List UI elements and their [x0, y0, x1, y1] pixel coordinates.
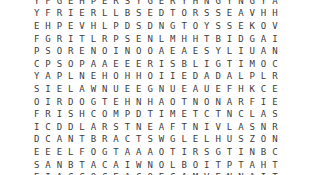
grid-cell-r6-c16[interactable]: D — [213, 71, 224, 84]
grid-cell-r10-c5[interactable]: A — [88, 121, 99, 134]
grid-cell-r9-c4[interactable]: H — [76, 108, 87, 121]
grid-cell-r9-c9[interactable]: D — [133, 108, 144, 121]
grid-cell-r3-c21[interactable]: I — [269, 33, 280, 46]
grid-cell-r5-c10[interactable]: R — [144, 58, 155, 71]
grid-cell-r6-c4[interactable]: N — [76, 71, 87, 84]
grid-cell-r11-c6[interactable]: R — [99, 134, 110, 147]
grid-cell-r11-c19[interactable]: Z — [247, 134, 258, 147]
grid-cell-r13-c17[interactable]: P — [224, 159, 235, 172]
grid-cell-r13-c2[interactable]: N — [54, 159, 65, 172]
grid-cell-r5-c2[interactable]: S — [54, 58, 65, 71]
grid-cell-r3-c13[interactable]: H — [178, 33, 189, 46]
grid-cell-r7-c21[interactable]: E — [269, 83, 280, 96]
grid-cell-r10-c11[interactable]: A — [156, 121, 167, 134]
grid-cell-r8-c10[interactable]: H — [144, 96, 155, 109]
grid-cell-r13-c3[interactable]: B — [65, 159, 76, 172]
grid-cell-r11-c0[interactable]: D — [31, 134, 42, 147]
grid-cell-r0-c0[interactable]: Y — [31, 0, 42, 8]
grid-cell-r1-c3[interactable]: I — [65, 8, 76, 21]
grid-cell-r4-c8[interactable]: N — [122, 45, 133, 58]
grid-cell-r1-c15[interactable]: S — [201, 8, 212, 21]
grid-cell-r12-c11[interactable]: O — [156, 146, 167, 159]
grid-cell-r10-c16[interactable]: V — [213, 121, 224, 134]
grid-cell-r7-c3[interactable]: L — [65, 83, 76, 96]
grid-cell-r1-c18[interactable]: A — [235, 8, 246, 21]
grid-cell-r0-c17[interactable]: Y — [224, 0, 235, 8]
grid-cell-r13-c4[interactable]: T — [76, 159, 87, 172]
grid-cell-r14-c5[interactable]: O — [88, 171, 99, 175]
grid-cell-r6-c9[interactable]: H — [133, 71, 144, 84]
grid-cell-r10-c17[interactable]: L — [224, 121, 235, 134]
grid-cell-r6-c14[interactable]: D — [190, 71, 201, 84]
grid-cell-r5-c12[interactable]: S — [167, 58, 178, 71]
grid-cell-r8-c1[interactable]: I — [42, 96, 53, 109]
grid-cell-r8-c9[interactable]: N — [133, 96, 144, 109]
grid-cell-r14-c10[interactable]: O — [144, 171, 155, 175]
grid-cell-r2-c16[interactable]: S — [213, 20, 224, 33]
grid-cell-r10-c19[interactable]: S — [247, 121, 258, 134]
grid-cell-r9-c3[interactable]: S — [65, 108, 76, 121]
grid-cell-r8-c19[interactable]: F — [247, 96, 258, 109]
grid-cell-r8-c17[interactable]: A — [224, 96, 235, 109]
grid-cell-r13-c10[interactable]: N — [144, 159, 155, 172]
grid-cell-r5-c15[interactable]: I — [201, 58, 212, 71]
grid-cell-r0-c2[interactable]: G — [54, 0, 65, 8]
grid-cell-r7-c10[interactable]: G — [144, 83, 155, 96]
grid-cell-r14-c2[interactable]: A — [54, 171, 65, 175]
grid-cell-r4-c20[interactable]: A — [258, 45, 269, 58]
grid-cell-r4-c9[interactable]: O — [133, 45, 144, 58]
grid-cell-r2-c6[interactable]: L — [99, 20, 110, 33]
grid-cell-r11-c11[interactable]: W — [156, 134, 167, 147]
grid-cell-r9-c6[interactable]: O — [99, 108, 110, 121]
grid-cell-r1-c4[interactable]: E — [76, 8, 87, 21]
grid-cell-r14-c6[interactable]: C — [99, 171, 110, 175]
grid-cell-r5-c13[interactable]: B — [178, 58, 189, 71]
grid-cell-r14-c20[interactable]: I — [258, 171, 269, 175]
grid-cell-r5-c11[interactable]: I — [156, 58, 167, 71]
grid-cell-r10-c21[interactable]: R — [269, 121, 280, 134]
grid-cell-r1-c5[interactable]: R — [88, 8, 99, 21]
grid-cell-r2-c21[interactable]: V — [269, 20, 280, 33]
grid-cell-r0-c21[interactable]: A — [269, 0, 280, 8]
grid-cell-r9-c2[interactable]: I — [54, 108, 65, 121]
grid-cell-r10-c2[interactable]: D — [54, 121, 65, 134]
grid-cell-r9-c19[interactable]: L — [247, 108, 258, 121]
grid-cell-r3-c8[interactable]: S — [122, 33, 133, 46]
grid-cell-r8-c13[interactable]: T — [178, 96, 189, 109]
grid-cell-r9-c16[interactable]: T — [213, 108, 224, 121]
grid-cell-r13-c1[interactable]: A — [42, 159, 53, 172]
grid-cell-r7-c18[interactable]: H — [235, 83, 246, 96]
grid-cell-r7-c12[interactable]: U — [167, 83, 178, 96]
grid-cell-r7-c7[interactable]: U — [110, 83, 121, 96]
grid-cell-r0-c13[interactable]: Y — [178, 0, 189, 8]
grid-cell-r8-c21[interactable]: E — [269, 96, 280, 109]
grid-cell-r7-c11[interactable]: N — [156, 83, 167, 96]
grid-cell-r7-c19[interactable]: K — [247, 83, 258, 96]
grid-cell-r4-c21[interactable]: N — [269, 45, 280, 58]
grid-cell-r2-c0[interactable]: E — [31, 20, 42, 33]
grid-cell-r2-c14[interactable]: O — [190, 20, 201, 33]
grid-cell-r2-c7[interactable]: P — [110, 20, 121, 33]
grid-cell-r3-c10[interactable]: N — [144, 33, 155, 46]
grid-cell-r0-c5[interactable]: P — [88, 0, 99, 8]
grid-cell-r5-c7[interactable]: E — [110, 58, 121, 71]
grid-cell-r9-c15[interactable]: C — [201, 108, 212, 121]
grid-cell-r5-c3[interactable]: O — [65, 58, 76, 71]
grid-cell-r13-c8[interactable]: I — [122, 159, 133, 172]
grid-cell-r8-c16[interactable]: N — [213, 96, 224, 109]
grid-cell-r6-c6[interactable]: H — [99, 71, 110, 84]
grid-cell-r8-c5[interactable]: G — [88, 96, 99, 109]
grid-cell-r11-c12[interactable]: G — [167, 134, 178, 147]
grid-cell-r10-c1[interactable]: C — [42, 121, 53, 134]
grid-cell-r14-c0[interactable]: E — [31, 171, 42, 175]
grid-cell-r3-c9[interactable]: E — [133, 33, 144, 46]
grid-cell-r0-c7[interactable]: R — [110, 0, 121, 8]
grid-cell-r12-c7[interactable]: T — [110, 146, 121, 159]
grid-cell-r13-c5[interactable]: A — [88, 159, 99, 172]
grid-cell-r11-c13[interactable]: L — [178, 134, 189, 147]
grid-cell-r2-c13[interactable]: T — [178, 20, 189, 33]
grid-cell-r5-c20[interactable]: O — [258, 58, 269, 71]
grid-cell-r2-c17[interactable]: S — [224, 20, 235, 33]
grid-cell-r13-c21[interactable]: T — [269, 159, 280, 172]
grid-cell-r12-c5[interactable]: O — [88, 146, 99, 159]
grid-cell-r3-c17[interactable]: I — [224, 33, 235, 46]
grid-cell-r5-c8[interactable]: E — [122, 58, 133, 71]
grid-cell-r10-c12[interactable]: F — [167, 121, 178, 134]
grid-cell-r0-c15[interactable]: N — [201, 0, 212, 8]
grid-cell-r10-c15[interactable]: I — [201, 121, 212, 134]
grid-cell-r4-c10[interactable]: O — [144, 45, 155, 58]
grid-cell-r7-c8[interactable]: E — [122, 83, 133, 96]
grid-cell-r3-c2[interactable]: R — [54, 33, 65, 46]
grid-cell-r10-c3[interactable]: D — [65, 121, 76, 134]
grid-cell-r14-c15[interactable]: V — [201, 171, 212, 175]
grid-cell-r14-c16[interactable]: E — [213, 171, 224, 175]
grid-cell-r1-c17[interactable]: E — [224, 8, 235, 21]
grid-cell-r10-c18[interactable]: A — [235, 121, 246, 134]
grid-cell-r10-c8[interactable]: T — [122, 121, 133, 134]
grid-cell-r2-c5[interactable]: H — [88, 20, 99, 33]
grid-cell-r13-c13[interactable]: B — [178, 159, 189, 172]
grid-cell-r14-c9[interactable]: C — [133, 171, 144, 175]
grid-cell-r14-c8[interactable]: A — [122, 171, 133, 175]
grid-cell-r1-c2[interactable]: R — [54, 8, 65, 21]
grid-cell-r12-c16[interactable]: G — [213, 146, 224, 159]
grid-cell-r12-c19[interactable]: N — [247, 146, 258, 159]
grid-cell-r8-c14[interactable]: N — [190, 96, 201, 109]
grid-cell-r13-c16[interactable]: T — [213, 159, 224, 172]
grid-cell-r5-c1[interactable]: P — [42, 58, 53, 71]
grid-cell-r14-c12[interactable]: C — [167, 171, 178, 175]
grid-cell-r6-c21[interactable]: R — [269, 71, 280, 84]
grid-cell-r9-c14[interactable]: T — [190, 108, 201, 121]
grid-cell-r1-c11[interactable]: D — [156, 8, 167, 21]
grid-cell-r0-c18[interactable]: N — [235, 0, 246, 8]
grid-cell-r0-c8[interactable]: S — [122, 0, 133, 8]
grid-cell-r0-c4[interactable]: H — [76, 0, 87, 8]
grid-cell-r14-c21[interactable]: T — [269, 171, 280, 175]
grid-cell-r14-c13[interactable]: A — [178, 171, 189, 175]
grid-cell-r7-c1[interactable]: I — [42, 83, 53, 96]
grid-cell-r6-c0[interactable]: Y — [31, 71, 42, 84]
grid-cell-r8-c15[interactable]: O — [201, 96, 212, 109]
grid-cell-r10-c14[interactable]: N — [190, 121, 201, 134]
grid-cell-r0-c10[interactable]: G — [144, 0, 155, 8]
grid-cell-r11-c17[interactable]: U — [224, 134, 235, 147]
grid-cell-r4-c4[interactable]: E — [76, 45, 87, 58]
grid-cell-r12-c15[interactable]: S — [201, 146, 212, 159]
grid-cell-r6-c18[interactable]: L — [235, 71, 246, 84]
grid-cell-r12-c10[interactable]: A — [144, 146, 155, 159]
grid-cell-r9-c11[interactable]: I — [156, 108, 167, 121]
grid-cell-r4-c7[interactable]: I — [110, 45, 121, 58]
grid-cell-r11-c2[interactable]: A — [54, 134, 65, 147]
grid-cell-r14-c3[interactable]: C — [65, 171, 76, 175]
grid-cell-r4-c13[interactable]: A — [178, 45, 189, 58]
grid-cell-r11-c15[interactable]: L — [201, 134, 212, 147]
grid-cell-r2-c4[interactable]: V — [76, 20, 87, 33]
grid-cell-r0-c3[interactable]: E — [65, 0, 76, 8]
grid-cell-r1-c1[interactable]: F — [42, 8, 53, 21]
grid-cell-r1-c13[interactable]: O — [178, 8, 189, 21]
grid-cell-r5-c21[interactable]: C — [269, 58, 280, 71]
grid-cell-r3-c20[interactable]: A — [258, 33, 269, 46]
grid-cell-r2-c20[interactable]: O — [258, 20, 269, 33]
grid-cell-r13-c20[interactable]: H — [258, 159, 269, 172]
grid-cell-r5-c9[interactable]: E — [133, 58, 144, 71]
grid-cell-r9-c8[interactable]: P — [122, 108, 133, 121]
grid-cell-r1-c9[interactable]: S — [133, 8, 144, 21]
grid-cell-r8-c3[interactable]: D — [65, 96, 76, 109]
grid-cell-r13-c0[interactable]: S — [31, 159, 42, 172]
grid-cell-r0-c11[interactable]: E — [156, 0, 167, 8]
grid-cell-r11-c10[interactable]: S — [144, 134, 155, 147]
grid-cell-r10-c7[interactable]: S — [110, 121, 121, 134]
grid-cell-r3-c12[interactable]: M — [167, 33, 178, 46]
grid-cell-r9-c17[interactable]: N — [224, 108, 235, 121]
grid-cell-r12-c0[interactable]: E — [31, 146, 42, 159]
grid-cell-r3-c7[interactable]: P — [110, 33, 121, 46]
grid-cell-r8-c18[interactable]: R — [235, 96, 246, 109]
grid-cell-r4-c5[interactable]: N — [88, 45, 99, 58]
grid-cell-r6-c19[interactable]: P — [247, 71, 258, 84]
grid-cell-r14-c19[interactable]: A — [247, 171, 258, 175]
grid-cell-r0-c16[interactable]: G — [213, 0, 224, 8]
grid-cell-r9-c13[interactable]: E — [178, 108, 189, 121]
grid-cell-r7-c14[interactable]: A — [190, 83, 201, 96]
grid-cell-r14-c4[interactable]: C — [76, 171, 87, 175]
grid-cell-r2-c3[interactable]: E — [65, 20, 76, 33]
grid-cell-r4-c19[interactable]: U — [247, 45, 258, 58]
grid-cell-r4-c3[interactable]: R — [65, 45, 76, 58]
grid-cell-r14-c18[interactable]: N — [235, 171, 246, 175]
grid-cell-r10-c20[interactable]: N — [258, 121, 269, 134]
grid-cell-r8-c20[interactable]: I — [258, 96, 269, 109]
grid-cell-r6-c3[interactable]: L — [65, 71, 76, 84]
grid-cell-r5-c5[interactable]: A — [88, 58, 99, 71]
grid-cell-r9-c18[interactable]: C — [235, 108, 246, 121]
grid-cell-r8-c0[interactable]: O — [31, 96, 42, 109]
grid-cell-r0-c19[interactable]: G — [247, 0, 258, 8]
grid-cell-r14-c17[interactable]: N — [224, 171, 235, 175]
grid-cell-r4-c2[interactable]: O — [54, 45, 65, 58]
grid-cell-r12-c14[interactable]: R — [190, 146, 201, 159]
grid-cell-r1-c20[interactable]: H — [258, 8, 269, 21]
grid-cell-r4-c16[interactable]: Y — [213, 45, 224, 58]
grid-cell-r5-c17[interactable]: T — [224, 58, 235, 71]
grid-cell-r11-c8[interactable]: C — [122, 134, 133, 147]
grid-cell-r9-c1[interactable]: R — [42, 108, 53, 121]
grid-cell-r6-c13[interactable]: E — [178, 71, 189, 84]
grid-cell-r12-c6[interactable]: G — [99, 146, 110, 159]
grid-cell-r9-c5[interactable]: C — [88, 108, 99, 121]
grid-cell-r6-c15[interactable]: A — [201, 71, 212, 84]
grid-cell-r10-c13[interactable]: T — [178, 121, 189, 134]
grid-cell-r14-c7[interactable]: E — [110, 171, 121, 175]
grid-cell-r3-c3[interactable]: I — [65, 33, 76, 46]
grid-cell-r2-c11[interactable]: N — [156, 20, 167, 33]
grid-cell-r4-c18[interactable]: I — [235, 45, 246, 58]
grid-cell-r6-c8[interactable]: H — [122, 71, 133, 84]
grid-cell-r12-c8[interactable]: A — [122, 146, 133, 159]
grid-cell-r2-c8[interactable]: D — [122, 20, 133, 33]
grid-cell-r13-c14[interactable]: O — [190, 159, 201, 172]
grid-cell-r7-c5[interactable]: W — [88, 83, 99, 96]
grid-cell-r14-c14[interactable]: M — [190, 171, 201, 175]
grid-cell-r13-c19[interactable]: A — [247, 159, 258, 172]
grid-cell-r3-c4[interactable]: T — [76, 33, 87, 46]
grid-cell-r5-c16[interactable]: G — [213, 58, 224, 71]
grid-cell-r3-c1[interactable]: G — [42, 33, 53, 46]
grid-cell-r2-c18[interactable]: E — [235, 20, 246, 33]
grid-cell-r3-c0[interactable]: F — [31, 33, 42, 46]
grid-cell-r1-c8[interactable]: B — [122, 8, 133, 21]
grid-cell-r9-c10[interactable]: T — [144, 108, 155, 121]
grid-cell-r11-c16[interactable]: H — [213, 134, 224, 147]
grid-cell-r12-c9[interactable]: A — [133, 146, 144, 159]
grid-cell-r0-c14[interactable]: H — [190, 0, 201, 8]
grid-cell-r7-c17[interactable]: F — [224, 83, 235, 96]
grid-cell-r6-c20[interactable]: L — [258, 71, 269, 84]
grid-cell-r3-c11[interactable]: L — [156, 33, 167, 46]
grid-cell-r3-c6[interactable]: R — [99, 33, 110, 46]
grid-cell-r12-c12[interactable]: T — [167, 146, 178, 159]
grid-cell-r9-c21[interactable]: S — [269, 108, 280, 121]
grid-cell-r1-c6[interactable]: L — [99, 8, 110, 21]
grid-cell-r4-c1[interactable]: S — [42, 45, 53, 58]
grid-cell-r5-c4[interactable]: P — [76, 58, 87, 71]
grid-cell-r11-c21[interactable]: N — [269, 134, 280, 147]
grid-cell-r1-c12[interactable]: T — [167, 8, 178, 21]
grid-cell-r6-c2[interactable]: P — [54, 71, 65, 84]
grid-cell-r1-c0[interactable]: Y — [31, 8, 42, 21]
grid-cell-r4-c11[interactable]: A — [156, 45, 167, 58]
grid-cell-r1-c21[interactable]: H — [269, 8, 280, 21]
grid-cell-r4-c17[interactable]: L — [224, 45, 235, 58]
grid-cell-r13-c15[interactable]: I — [201, 159, 212, 172]
grid-cell-r13-c18[interactable]: T — [235, 159, 246, 172]
grid-cell-r0-c9[interactable]: Y — [133, 0, 144, 8]
grid-cell-r6-c12[interactable]: I — [167, 71, 178, 84]
grid-cell-r1-c14[interactable]: R — [190, 8, 201, 21]
grid-cell-r2-c9[interactable]: S — [133, 20, 144, 33]
grid-cell-r9-c20[interactable]: A — [258, 108, 269, 121]
grid-cell-r10-c9[interactable]: N — [133, 121, 144, 134]
grid-cell-r0-c6[interactable]: E — [99, 0, 110, 8]
grid-cell-r5-c18[interactable]: I — [235, 58, 246, 71]
grid-cell-r3-c14[interactable]: H — [190, 33, 201, 46]
grid-cell-r4-c6[interactable]: O — [99, 45, 110, 58]
grid-cell-r6-c11[interactable]: I — [156, 71, 167, 84]
grid-cell-r11-c1[interactable]: C — [42, 134, 53, 147]
grid-cell-r3-c5[interactable]: L — [88, 33, 99, 46]
grid-cell-r5-c14[interactable]: L — [190, 58, 201, 71]
grid-cell-r8-c8[interactable]: H — [122, 96, 133, 109]
grid-cell-r8-c4[interactable]: O — [76, 96, 87, 109]
grid-cell-r12-c4[interactable]: F — [76, 146, 87, 159]
grid-cell-r3-c19[interactable]: G — [247, 33, 258, 46]
grid-cell-r10-c0[interactable]: I — [31, 121, 42, 134]
grid-cell-r8-c12[interactable]: O — [167, 96, 178, 109]
grid-cell-r11-c4[interactable]: T — [76, 134, 87, 147]
grid-cell-r4-c12[interactable]: E — [167, 45, 178, 58]
grid-cell-r7-c16[interactable]: E — [213, 83, 224, 96]
grid-cell-r14-c1[interactable]: I — [42, 171, 53, 175]
grid-cell-r14-c11[interactable]: E — [156, 171, 167, 175]
grid-cell-r5-c19[interactable]: M — [247, 58, 258, 71]
grid-cell-r11-c7[interactable]: A — [110, 134, 121, 147]
grid-cell-r1-c19[interactable]: V — [247, 8, 258, 21]
grid-cell-r11-c14[interactable]: E — [190, 134, 201, 147]
grid-cell-r6-c5[interactable]: E — [88, 71, 99, 84]
grid-cell-r12-c17[interactable]: T — [224, 146, 235, 159]
grid-cell-r13-c12[interactable]: L — [167, 159, 178, 172]
grid-cell-r10-c10[interactable]: E — [144, 121, 155, 134]
grid-cell-r8-c2[interactable]: R — [54, 96, 65, 109]
grid-cell-r7-c20[interactable]: C — [258, 83, 269, 96]
grid-cell-r12-c13[interactable]: I — [178, 146, 189, 159]
grid-cell-r8-c6[interactable]: T — [99, 96, 110, 109]
grid-cell-r9-c12[interactable]: M — [167, 108, 178, 121]
grid-cell-r9-c7[interactable]: M — [110, 108, 121, 121]
grid-cell-r11-c5[interactable]: B — [88, 134, 99, 147]
grid-cell-r4-c0[interactable]: P — [31, 45, 42, 58]
grid-cell-r3-c16[interactable]: B — [213, 33, 224, 46]
grid-cell-r1-c7[interactable]: L — [110, 8, 121, 21]
grid-cell-r0-c20[interactable]: Y — [258, 0, 269, 8]
grid-cell-r3-c18[interactable]: D — [235, 33, 246, 46]
grid-cell-r6-c10[interactable]: O — [144, 71, 155, 84]
grid-cell-r2-c15[interactable]: Y — [201, 20, 212, 33]
grid-cell-r6-c1[interactable]: A — [42, 71, 53, 84]
grid-cell-r10-c4[interactable]: L — [76, 121, 87, 134]
grid-cell-r7-c0[interactable]: S — [31, 83, 42, 96]
grid-cell-r12-c1[interactable]: E — [42, 146, 53, 159]
grid-cell-r4-c15[interactable]: S — [201, 45, 212, 58]
grid-cell-r12-c2[interactable]: E — [54, 146, 65, 159]
grid-cell-r2-c10[interactable]: D — [144, 20, 155, 33]
grid-cell-r7-c9[interactable]: E — [133, 83, 144, 96]
grid-cell-r12-c3[interactable]: L — [65, 146, 76, 159]
grid-cell-r8-c11[interactable]: A — [156, 96, 167, 109]
grid-cell-r6-c17[interactable]: A — [224, 71, 235, 84]
grid-cell-r13-c11[interactable]: O — [156, 159, 167, 172]
grid-cell-r0-c1[interactable]: F — [42, 0, 53, 8]
